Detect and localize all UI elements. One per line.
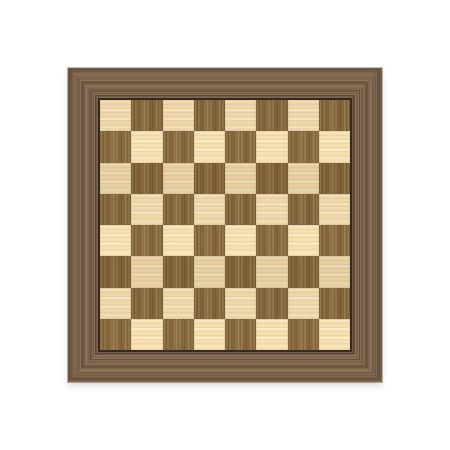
- square-e3[interactable]: [225, 256, 256, 287]
- square-g8[interactable]: [288, 100, 319, 131]
- square-a1[interactable]: [100, 319, 131, 350]
- square-g1[interactable]: [288, 319, 319, 350]
- board-frame-right: [352, 68, 382, 382]
- square-h8[interactable]: [319, 100, 350, 131]
- square-d8[interactable]: [194, 100, 225, 131]
- square-e4[interactable]: [225, 225, 256, 256]
- square-b3[interactable]: [131, 256, 162, 287]
- square-g3[interactable]: [288, 256, 319, 287]
- square-h5[interactable]: [319, 194, 350, 225]
- square-e5[interactable]: [225, 194, 256, 225]
- square-a8[interactable]: [100, 100, 131, 131]
- square-b5[interactable]: [131, 194, 162, 225]
- square-f2[interactable]: [256, 288, 287, 319]
- square-h2[interactable]: [319, 288, 350, 319]
- square-d6[interactable]: [194, 163, 225, 194]
- square-b7[interactable]: [131, 131, 162, 162]
- square-f8[interactable]: [256, 100, 287, 131]
- square-e8[interactable]: [225, 100, 256, 131]
- square-c8[interactable]: [163, 100, 194, 131]
- square-c5[interactable]: [163, 194, 194, 225]
- square-f6[interactable]: [256, 163, 287, 194]
- square-c4[interactable]: [163, 225, 194, 256]
- square-d7[interactable]: [194, 131, 225, 162]
- square-h3[interactable]: [319, 256, 350, 287]
- square-a2[interactable]: [100, 288, 131, 319]
- square-e1[interactable]: [225, 319, 256, 350]
- board-grid: [100, 100, 350, 350]
- square-g6[interactable]: [288, 163, 319, 194]
- square-g5[interactable]: [288, 194, 319, 225]
- square-a3[interactable]: [100, 256, 131, 287]
- square-f4[interactable]: [256, 225, 287, 256]
- square-c3[interactable]: [163, 256, 194, 287]
- square-g2[interactable]: [288, 288, 319, 319]
- square-d4[interactable]: [194, 225, 225, 256]
- board-playing-surface: [98, 98, 352, 352]
- square-c7[interactable]: [163, 131, 194, 162]
- square-a7[interactable]: [100, 131, 131, 162]
- square-h6[interactable]: [319, 163, 350, 194]
- square-b4[interactable]: [131, 225, 162, 256]
- square-e6[interactable]: [225, 163, 256, 194]
- square-b1[interactable]: [131, 319, 162, 350]
- square-h7[interactable]: [319, 131, 350, 162]
- square-d2[interactable]: [194, 288, 225, 319]
- square-a6[interactable]: [100, 163, 131, 194]
- square-g7[interactable]: [288, 131, 319, 162]
- board-frame-bottom: [68, 352, 382, 382]
- square-f1[interactable]: [256, 319, 287, 350]
- square-b6[interactable]: [131, 163, 162, 194]
- square-e2[interactable]: [225, 288, 256, 319]
- square-c6[interactable]: [163, 163, 194, 194]
- square-c2[interactable]: [163, 288, 194, 319]
- square-c1[interactable]: [163, 319, 194, 350]
- square-a5[interactable]: [100, 194, 131, 225]
- square-e7[interactable]: [225, 131, 256, 162]
- board-frame-top: [68, 68, 382, 98]
- chess-board: [68, 68, 382, 382]
- square-b8[interactable]: [131, 100, 162, 131]
- square-f5[interactable]: [256, 194, 287, 225]
- square-d1[interactable]: [194, 319, 225, 350]
- square-b2[interactable]: [131, 288, 162, 319]
- square-g4[interactable]: [288, 225, 319, 256]
- square-a4[interactable]: [100, 225, 131, 256]
- square-f7[interactable]: [256, 131, 287, 162]
- square-d3[interactable]: [194, 256, 225, 287]
- square-d5[interactable]: [194, 194, 225, 225]
- square-h1[interactable]: [319, 319, 350, 350]
- board-frame-left: [68, 68, 98, 382]
- square-h4[interactable]: [319, 225, 350, 256]
- square-f3[interactable]: [256, 256, 287, 287]
- product-photo-background: [0, 0, 450, 450]
